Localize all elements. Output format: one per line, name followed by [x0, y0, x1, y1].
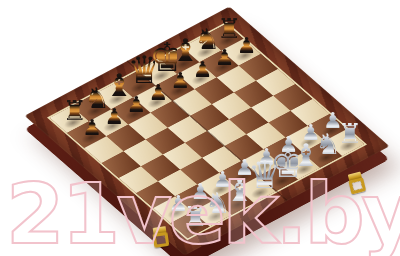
square-h8: ♜ — [204, 24, 243, 51]
board-frame: ♜♞♝♛♚♝♞♜♟♟♟♟♟♟♟♟♟♟♟♟♟♟♟♟♜♞♝♛♚♝♞♜ — [25, 7, 390, 256]
gold-clasp-right — [343, 171, 369, 196]
clasp-loop — [152, 232, 169, 248]
piece-shadow — [99, 117, 125, 134]
square-f4 — [229, 107, 268, 134]
piece-shadow — [225, 196, 251, 213]
piece-shadow — [143, 94, 169, 111]
piece-shadow — [247, 184, 273, 201]
chess-set-product-photo: ♜♞♝♛♚♝♞♜♟♟♟♟♟♟♟♟♟♟♟♟♟♟♟♟♜♞♝♛♚♝♞♜ 21vek.b… — [0, 0, 400, 256]
piece-shadow — [335, 137, 361, 154]
piece-shadow — [291, 161, 317, 178]
square-d3 — [202, 146, 241, 173]
piece-shadow — [202, 208, 228, 225]
piece-shadow — [269, 172, 295, 189]
square-b6 — [106, 124, 145, 151]
gold-clasp-left — [148, 226, 173, 249]
piece-shadow — [180, 219, 206, 236]
clasp-loop — [348, 177, 366, 194]
board-squares: ♜♞♝♛♚♝♞♜♟♟♟♟♟♟♟♟♟♟♟♟♟♟♟♟♜♞♝♛♚♝♞♜ — [47, 22, 367, 240]
piece-shadow — [313, 149, 339, 166]
square-d4 — [185, 131, 224, 158]
square-a3 — [136, 181, 175, 208]
chess-board: ♜♞♝♛♚♝♞♜♟♟♟♟♟♟♟♟♟♟♟♟♟♟♟♟♜♞♝♛♚♝♞♜ — [25, 7, 390, 256]
scene: ♜♞♝♛♚♝♞♜♟♟♟♟♟♟♟♟♟♟♟♟♟♟♟♟♜♞♝♛♚♝♞♜ 21vek.b… — [0, 0, 400, 256]
